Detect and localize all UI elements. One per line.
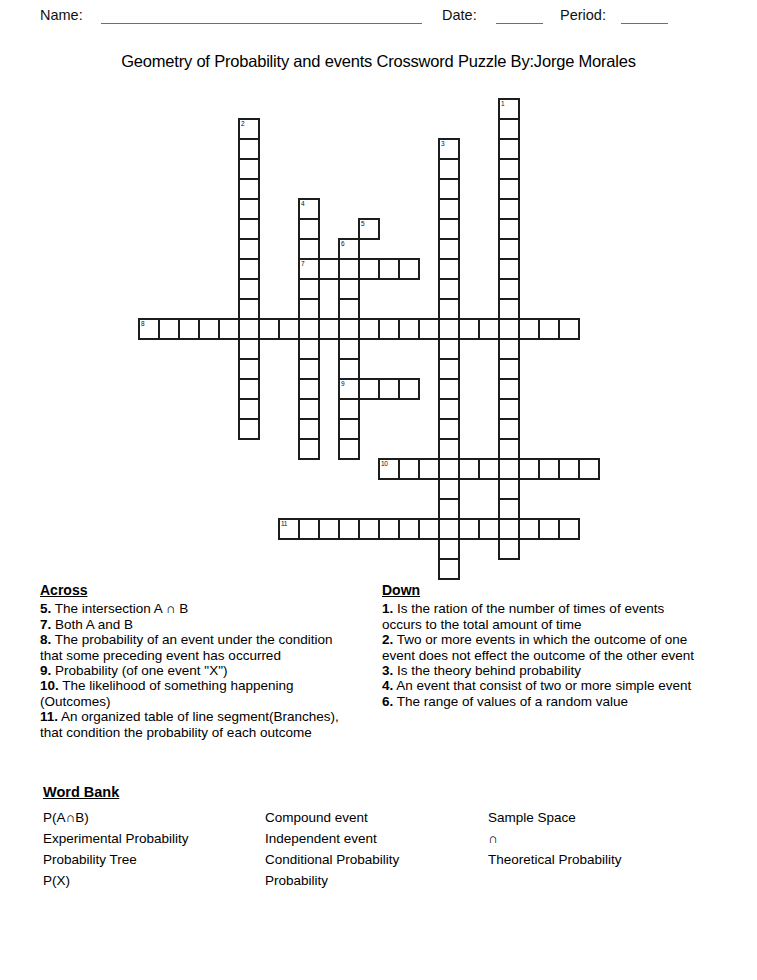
grid-cell-r4c5[interactable]: [238, 178, 260, 200]
grid-cell-r11c16[interactable]: [458, 318, 480, 340]
grid-cell-r10c8[interactable]: [298, 298, 320, 320]
grid-cell-r18c20[interactable]: [538, 458, 560, 480]
down-clue-2: 2. Two or more events in which the outco…: [382, 632, 700, 663]
grid-cell-r19c15[interactable]: [438, 478, 460, 500]
grid-cell-r16c18[interactable]: [498, 418, 520, 440]
cell-number: 2: [241, 120, 244, 127]
grid-cell-r14c5[interactable]: [238, 378, 260, 400]
page-title: Geometry of Probability and events Cross…: [0, 52, 757, 71]
grid-cell-r16c8[interactable]: [298, 418, 320, 440]
grid-cell-r5c15[interactable]: [438, 198, 460, 220]
cell-number: 6: [341, 240, 344, 247]
grid-cell-r21c9[interactable]: [318, 518, 340, 540]
grid-cell-r18c13[interactable]: [398, 458, 420, 480]
grid-cell-r22c15[interactable]: [438, 538, 460, 560]
date-blank-line[interactable]: [496, 7, 543, 24]
cell-number: 1: [501, 100, 504, 107]
cell-number: 9: [341, 380, 344, 387]
grid-cell-r21c17[interactable]: [478, 518, 500, 540]
grid-cell-r17c10[interactable]: [338, 438, 360, 460]
grid-cell-r10c18[interactable]: [498, 298, 520, 320]
grid-cell-r23c15[interactable]: [438, 558, 460, 580]
grid-cell-r18c15[interactable]: [438, 458, 460, 480]
across-clue-8: 8. The probability of an event under the…: [40, 632, 342, 663]
grid-cell-r8c18[interactable]: [498, 258, 520, 280]
cell-number: 5: [361, 220, 364, 227]
down-clue-4: 4. An event that consist of two or more …: [382, 678, 700, 693]
grid-cell-r8c10[interactable]: [338, 258, 360, 280]
grid-cell-r17c8[interactable]: [298, 438, 320, 460]
clue-number: 9.: [40, 663, 51, 678]
grid-cell-r11c10[interactable]: [338, 318, 360, 340]
grid-cell-r16c10[interactable]: [338, 418, 360, 440]
period-label: Period:: [560, 7, 606, 23]
grid-cell-r13c10[interactable]: [338, 358, 360, 380]
word-bank-item: Probability: [265, 870, 488, 891]
grid-cell-r18c16[interactable]: [458, 458, 480, 480]
grid-cell-r18c12[interactable]: 10: [378, 458, 400, 480]
down-clue-3: 3. Is the theory behind probability: [382, 663, 700, 678]
grid-cell-r1c18[interactable]: [498, 118, 520, 140]
grid-cell-r11c15[interactable]: [438, 318, 460, 340]
grid-cell-r14c11[interactable]: [358, 378, 380, 400]
clue-number: 3.: [382, 663, 393, 678]
grid-cell-r7c8[interactable]: [298, 238, 320, 260]
word-bank-column-3: Sample Space∩Theoretical Probability: [488, 807, 718, 891]
grid-cell-r21c7[interactable]: 11: [278, 518, 300, 540]
cell-number: 8: [141, 320, 144, 327]
grid-cell-r3c5[interactable]: [238, 158, 260, 180]
grid-cell-r9c5[interactable]: [238, 278, 260, 300]
grid-cell-r8c13[interactable]: [398, 258, 420, 280]
grid-cell-r14c18[interactable]: [498, 378, 520, 400]
across-clue-list: 5. The intersection A ∩ B7. Both A and B…: [40, 601, 342, 740]
grid-cell-r8c9[interactable]: [318, 258, 340, 280]
grid-cell-r12c8[interactable]: [298, 338, 320, 360]
grid-cell-r17c15[interactable]: [438, 438, 460, 460]
grid-cell-r11c3[interactable]: [198, 318, 220, 340]
across-clue-11: 11. An organized table of line segment(B…: [40, 709, 342, 740]
down-clue-6: 6. The range of values of a random value: [382, 694, 700, 709]
grid-cell-r21c12[interactable]: [378, 518, 400, 540]
grid-cell-r21c20[interactable]: [538, 518, 560, 540]
grid-cell-r11c1[interactable]: [158, 318, 180, 340]
grid-cell-r21c21[interactable]: [558, 518, 580, 540]
grid-cell-r13c5[interactable]: [238, 358, 260, 380]
grid-cell-r0c18[interactable]: 1: [498, 98, 520, 120]
grid-cell-r14c13[interactable]: [398, 378, 420, 400]
grid-cell-r18c21[interactable]: [558, 458, 580, 480]
date-label: Date:: [442, 7, 477, 23]
grid-cell-r21c10[interactable]: [338, 518, 360, 540]
clue-number: 6.: [382, 694, 393, 709]
word-bank-item: Conditional Probability: [265, 849, 488, 870]
across-clue-10: 10. The likelihood of something happenin…: [40, 678, 342, 709]
grid-cell-r21c8[interactable]: [298, 518, 320, 540]
grid-cell-r13c8[interactable]: [298, 358, 320, 380]
grid-cell-r7c15[interactable]: [438, 238, 460, 260]
grid-cell-r6c11[interactable]: 5: [358, 218, 380, 240]
grid-cell-r9c15[interactable]: [438, 278, 460, 300]
grid-cell-r18c19[interactable]: [518, 458, 540, 480]
clue-number: 8.: [40, 632, 51, 647]
grid-cell-r14c12[interactable]: [378, 378, 400, 400]
grid-cell-r11c17[interactable]: [478, 318, 500, 340]
word-bank-heading: Word Bank: [43, 784, 718, 800]
down-clues-section: Down 1. Is the ration of the number of t…: [382, 583, 700, 709]
across-clue-7: 7. Both A and B: [40, 617, 342, 632]
word-bank-column-1: P(A∩B)Experimental ProbabilityProbabilit…: [43, 807, 265, 891]
grid-cell-r13c18[interactable]: [498, 358, 520, 380]
grid-cell-r11c14[interactable]: [418, 318, 440, 340]
grid-cell-r6c5[interactable]: [238, 218, 260, 240]
grid-cell-r14c15[interactable]: [438, 378, 460, 400]
cell-number: 10: [381, 460, 388, 467]
grid-cell-r17c18[interactable]: [498, 438, 520, 460]
grid-cell-r12c10[interactable]: [338, 338, 360, 360]
word-bank-item: Compound event: [265, 807, 488, 828]
grid-cell-r7c10[interactable]: 6: [338, 238, 360, 260]
grid-cell-r10c10[interactable]: [338, 298, 360, 320]
word-bank-item: Sample Space: [488, 807, 718, 828]
grid-cell-r21c11[interactable]: [358, 518, 380, 540]
clue-number: 11.: [40, 709, 58, 724]
grid-cell-r19c18[interactable]: [498, 478, 520, 500]
grid-cell-r18c22[interactable]: [578, 458, 600, 480]
grid-cell-r12c18[interactable]: [498, 338, 520, 360]
grid-cell-r12c15[interactable]: [438, 338, 460, 360]
grid-cell-r2c15[interactable]: 3: [438, 138, 460, 160]
grid-cell-r14c10[interactable]: 9: [338, 378, 360, 400]
word-bank-item: P(X): [43, 870, 265, 891]
grid-cell-r9c8[interactable]: [298, 278, 320, 300]
word-bank-section: Word Bank P(A∩B)Experimental Probability…: [43, 784, 718, 891]
grid-cell-r15c15[interactable]: [438, 398, 460, 420]
grid-cell-r16c5[interactable]: [238, 418, 260, 440]
grid-cell-r21c15[interactable]: [438, 518, 460, 540]
grid-cell-r10c5[interactable]: [238, 298, 260, 320]
across-heading: Across: [40, 583, 342, 598]
grid-cell-r11c9[interactable]: [318, 318, 340, 340]
down-heading: Down: [382, 583, 700, 598]
grid-cell-r5c5[interactable]: [238, 198, 260, 220]
name-label: Name:: [40, 7, 83, 23]
clue-number: 10.: [40, 678, 59, 693]
grid-cell-r21c13[interactable]: [398, 518, 420, 540]
grid-cell-r18c14[interactable]: [418, 458, 440, 480]
grid-cell-r5c18[interactable]: [498, 198, 520, 220]
grid-cell-r11c20[interactable]: [538, 318, 560, 340]
grid-cell-r21c16[interactable]: [458, 518, 480, 540]
grid-cell-r8c15[interactable]: [438, 258, 460, 280]
grid-cell-r9c18[interactable]: [498, 278, 520, 300]
grid-cell-r16c15[interactable]: [438, 418, 460, 440]
grid-cell-r11c6[interactable]: [258, 318, 280, 340]
cell-number: 11: [281, 520, 287, 527]
clue-number: 7.: [40, 617, 51, 632]
clue-number: 2.: [382, 632, 393, 647]
word-bank-item: Probability Tree: [43, 849, 265, 870]
grid-cell-r15c5[interactable]: [238, 398, 260, 420]
grid-cell-r15c10[interactable]: [338, 398, 360, 420]
grid-cell-r6c18[interactable]: [498, 218, 520, 240]
grid-cell-r11c19[interactable]: [518, 318, 540, 340]
crossword-grid: 5789101112346: [139, 99, 601, 581]
grid-cell-r10c15[interactable]: [438, 298, 460, 320]
grid-cell-r11c12[interactable]: [378, 318, 400, 340]
grid-cell-r7c18[interactable]: [498, 238, 520, 260]
grid-cell-r3c15[interactable]: [438, 158, 460, 180]
grid-cell-r8c8[interactable]: 7: [298, 258, 320, 280]
word-bank-columns: P(A∩B)Experimental ProbabilityProbabilit…: [43, 807, 718, 891]
grid-cell-r11c0[interactable]: 8: [138, 318, 160, 340]
grid-cell-r11c11[interactable]: [358, 318, 380, 340]
grid-cell-r11c4[interactable]: [218, 318, 240, 340]
grid-cell-r22c18[interactable]: [498, 538, 520, 560]
grid-cell-r21c14[interactable]: [418, 518, 440, 540]
grid-cell-r11c8[interactable]: [298, 318, 320, 340]
word-bank-item: P(A∩B): [43, 807, 265, 828]
grid-cell-r21c18[interactable]: [498, 518, 520, 540]
grid-cell-r11c13[interactable]: [398, 318, 420, 340]
grid-cell-r4c15[interactable]: [438, 178, 460, 200]
grid-cell-r20c15[interactable]: [438, 498, 460, 520]
grid-cell-r9c10[interactable]: [338, 278, 360, 300]
grid-cell-r7c5[interactable]: [238, 238, 260, 260]
word-bank-item: Independent event: [265, 828, 488, 849]
down-clue-1: 1. Is the ration of the number of times …: [382, 601, 700, 632]
grid-cell-r6c15[interactable]: [438, 218, 460, 240]
grid-cell-r8c11[interactable]: [358, 258, 380, 280]
clue-number: 5.: [40, 601, 51, 616]
grid-cell-r2c5[interactable]: [238, 138, 260, 160]
grid-cell-r11c18[interactable]: [498, 318, 520, 340]
period-blank-line[interactable]: [621, 7, 668, 24]
grid-cell-r11c5[interactable]: [238, 318, 260, 340]
grid-cell-r15c18[interactable]: [498, 398, 520, 420]
grid-cell-r18c17[interactable]: [478, 458, 500, 480]
grid-cell-r11c2[interactable]: [178, 318, 200, 340]
clue-number: 1.: [382, 601, 393, 616]
across-clue-9: 9. Probability (of one event "X"): [40, 663, 342, 678]
grid-cell-r21c19[interactable]: [518, 518, 540, 540]
word-bank-item: ∩: [488, 828, 718, 849]
grid-cell-r2c18[interactable]: [498, 138, 520, 160]
grid-cell-r20c18[interactable]: [498, 498, 520, 520]
grid-cell-r8c12[interactable]: [378, 258, 400, 280]
grid-cell-r12c5[interactable]: [238, 338, 260, 360]
grid-cell-r6c8[interactable]: [298, 218, 320, 240]
grid-cell-r13c15[interactable]: [438, 358, 460, 380]
grid-cell-r4c18[interactable]: [498, 178, 520, 200]
grid-cell-r18c18[interactable]: [498, 458, 520, 480]
grid-cell-r15c8[interactable]: [298, 398, 320, 420]
grid-cell-r3c18[interactable]: [498, 158, 520, 180]
word-bank-item: Theoretical Probability: [488, 849, 718, 870]
across-clues-section: Across 5. The intersection A ∩ B7. Both …: [40, 583, 342, 740]
grid-cell-r11c7[interactable]: [278, 318, 300, 340]
grid-cell-r14c8[interactable]: [298, 378, 320, 400]
grid-cell-r11c21[interactable]: [558, 318, 580, 340]
grid-cell-r1c5[interactable]: 2: [238, 118, 260, 140]
grid-cell-r5c8[interactable]: 4: [298, 198, 320, 220]
name-blank-line[interactable]: [101, 7, 422, 24]
cell-number: 3: [441, 140, 444, 147]
word-bank-item: Experimental Probability: [43, 828, 265, 849]
word-bank-column-2: Compound eventIndependent eventCondition…: [265, 807, 488, 891]
cell-number: 4: [301, 200, 304, 207]
down-clue-list: 1. Is the ration of the number of times …: [382, 601, 700, 709]
clue-number: 4.: [382, 678, 393, 693]
grid-cell-r8c5[interactable]: [238, 258, 260, 280]
cell-number: 7: [301, 260, 304, 267]
across-clue-5: 5. The intersection A ∩ B: [40, 601, 342, 616]
